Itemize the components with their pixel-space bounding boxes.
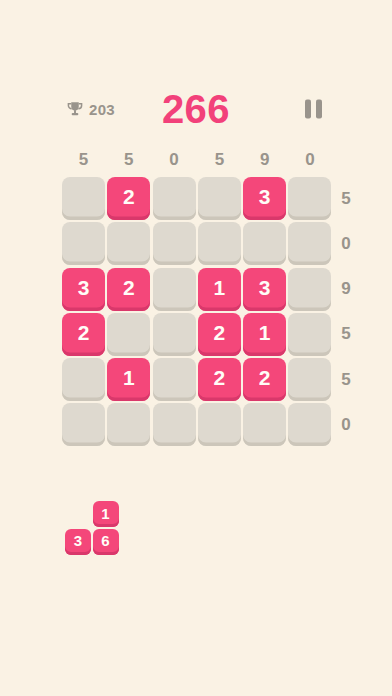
board-tile[interactable]: 3 — [243, 268, 286, 311]
board-cell[interactable] — [107, 403, 150, 446]
board-tile[interactable]: 2 — [107, 177, 150, 220]
column-target-label: 0 — [288, 150, 331, 170]
board-cell[interactable] — [153, 177, 196, 220]
board-cell[interactable] — [198, 177, 241, 220]
piece-tile[interactable]: 3 — [65, 529, 91, 555]
board-cell[interactable] — [288, 268, 331, 311]
board-tile[interactable]: 1 — [243, 313, 286, 356]
column-targets: 550590 — [62, 150, 331, 170]
board-cell[interactable] — [153, 222, 196, 265]
board-cell[interactable] — [198, 403, 241, 446]
board-cell[interactable] — [62, 403, 105, 446]
board-tile[interactable]: 2 — [62, 313, 105, 356]
board-cell[interactable] — [107, 313, 150, 356]
board-cell[interactable] — [288, 403, 331, 446]
column-target-label: 5 — [62, 150, 105, 170]
row-target-label: 5 — [336, 177, 356, 220]
pause-button[interactable] — [303, 98, 324, 121]
column-target-label: 9 — [243, 150, 286, 170]
column-target-label: 0 — [153, 150, 196, 170]
board: 233213221122 — [62, 177, 331, 446]
row-target-label: 5 — [336, 358, 356, 401]
board-cell[interactable] — [288, 313, 331, 356]
board-cell[interactable] — [243, 222, 286, 265]
row-target-label: 5 — [336, 313, 356, 356]
board-tile[interactable]: 2 — [243, 358, 286, 401]
board-cell[interactable] — [153, 358, 196, 401]
piece-tile[interactable]: 6 — [93, 529, 119, 555]
top-bar: 203 266 — [0, 88, 392, 130]
column-target-label: 5 — [198, 150, 241, 170]
row-target-label: 0 — [336, 222, 356, 265]
board-tile[interactable]: 3 — [62, 268, 105, 311]
board-tile[interactable]: 1 — [198, 268, 241, 311]
board-cell[interactable] — [153, 268, 196, 311]
pause-icon — [316, 100, 322, 119]
column-target-label: 5 — [107, 150, 150, 170]
board-tile[interactable]: 2 — [198, 313, 241, 356]
board-cell[interactable] — [62, 358, 105, 401]
board-tile[interactable]: 2 — [107, 268, 150, 311]
board-tile[interactable]: 1 — [107, 358, 150, 401]
row-targets: 509550 — [336, 177, 356, 446]
row-target-label: 0 — [336, 403, 356, 446]
game-screen: 203 266 550590 233213221122 509550 136 — [0, 0, 392, 696]
next-piece[interactable]: 136 — [65, 501, 121, 557]
piece-tile[interactable]: 1 — [93, 501, 119, 527]
board-cell[interactable] — [153, 403, 196, 446]
score-value: 266 — [0, 87, 392, 132]
board-cell[interactable] — [153, 313, 196, 356]
board-tile[interactable]: 3 — [243, 177, 286, 220]
board-cell[interactable] — [198, 222, 241, 265]
pause-icon — [305, 100, 311, 119]
board-cell[interactable] — [288, 177, 331, 220]
board-cell[interactable] — [62, 222, 105, 265]
board-cell[interactable] — [288, 222, 331, 265]
board-cell[interactable] — [107, 222, 150, 265]
board-tile[interactable]: 2 — [198, 358, 241, 401]
board-cell[interactable] — [243, 403, 286, 446]
board-cell[interactable] — [62, 177, 105, 220]
row-target-label: 9 — [336, 268, 356, 311]
board-cell[interactable] — [288, 358, 331, 401]
